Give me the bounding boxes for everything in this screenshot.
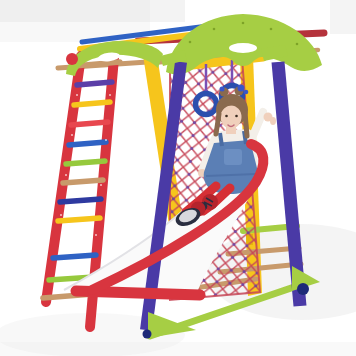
background-tint-top-right — [330, 0, 356, 34]
ladder-rung-6 — [66, 161, 105, 164]
child-right-fingers — [270, 117, 276, 125]
hair-lock-right — [245, 113, 247, 136]
overall-strap-left — [220, 133, 222, 146]
ladder-rung-4 — [71, 122, 108, 125]
child-eye-left — [225, 115, 228, 118]
ladder-rung-7 — [63, 180, 103, 183]
ladder-rung-10 — [53, 255, 96, 258]
ladder-rung-5 — [69, 142, 106, 145]
hair-bow-2 — [244, 90, 249, 95]
climbing-frame-photo — [0, 0, 356, 356]
ladder-rung-8 — [60, 199, 101, 202]
ladder-rung-3 — [74, 102, 110, 105]
front-right-foot-wheel — [297, 283, 309, 295]
ladder-rung-9 — [58, 218, 100, 221]
hair-bow — [238, 85, 245, 92]
floor-band — [0, 342, 356, 356]
red-end-cap — [66, 53, 78, 65]
overall-pocket — [224, 149, 242, 165]
ladder-rung-2 — [77, 82, 112, 85]
child-eye-right — [235, 115, 238, 118]
arch-handle-cutout — [229, 43, 257, 53]
hair-lock-left — [216, 114, 219, 134]
front-left-foot-knob — [143, 330, 152, 339]
photo-stage — [0, 0, 356, 356]
hair-tie-left — [220, 87, 225, 92]
